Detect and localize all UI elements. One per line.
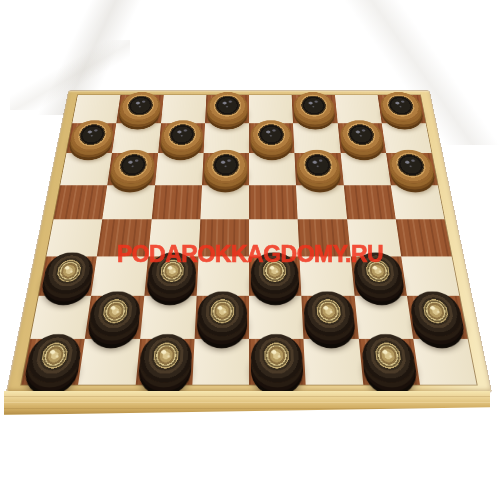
- checker-oak-black-centre-e7[interactable]: [251, 120, 293, 152]
- square-b8[interactable]: [116, 95, 163, 123]
- board-grid: [21, 95, 476, 385]
- square-a5[interactable]: [54, 185, 108, 219]
- product-photo: PODAROKKAGDOMY.RU: [0, 0, 500, 500]
- checker-dark-brass-centre-a1[interactable]: [24, 334, 84, 383]
- square-f1[interactable]: [304, 338, 363, 384]
- square-d2[interactable]: [194, 296, 249, 339]
- checker-oak-black-centre-h8[interactable]: [378, 92, 423, 122]
- square-h8[interactable]: [377, 95, 425, 123]
- checker-oak-black-centre-b6[interactable]: [109, 150, 156, 184]
- square-e8[interactable]: [249, 95, 293, 123]
- checker-dark-brass-centre-e1[interactable]: [251, 334, 304, 383]
- square-d8[interactable]: [205, 95, 249, 123]
- square-e2[interactable]: [249, 296, 304, 339]
- square-c7[interactable]: [158, 123, 205, 153]
- square-g2[interactable]: [354, 296, 413, 339]
- square-h2[interactable]: [407, 296, 468, 339]
- square-e5[interactable]: [249, 185, 298, 219]
- checker-oak-black-centre-c7[interactable]: [159, 120, 203, 152]
- square-e1[interactable]: [249, 338, 306, 384]
- square-h6[interactable]: [386, 153, 438, 185]
- square-b6[interactable]: [107, 153, 157, 185]
- square-a7[interactable]: [66, 123, 116, 153]
- square-g5[interactable]: [343, 185, 395, 219]
- square-g7[interactable]: [337, 123, 386, 153]
- square-c8[interactable]: [161, 95, 207, 123]
- square-e6[interactable]: [249, 153, 296, 185]
- square-d7[interactable]: [203, 123, 249, 153]
- checker-oak-black-centre-f6[interactable]: [296, 150, 342, 184]
- checker-oak-black-centre-f8[interactable]: [293, 92, 336, 122]
- square-g1[interactable]: [358, 338, 419, 384]
- watermark-text: PODAROKKAGDOMY.RU: [0, 241, 500, 268]
- square-h5[interactable]: [391, 185, 445, 219]
- square-c5[interactable]: [151, 185, 202, 219]
- square-c6[interactable]: [155, 153, 204, 185]
- square-g8[interactable]: [335, 95, 382, 123]
- square-d6[interactable]: [202, 153, 249, 185]
- checker-oak-black-centre-b8[interactable]: [118, 92, 162, 122]
- square-d5[interactable]: [200, 185, 249, 219]
- board-box-front-edge: [4, 391, 490, 415]
- square-b7[interactable]: [112, 123, 161, 153]
- square-h1[interactable]: [413, 338, 477, 384]
- square-a6[interactable]: [60, 153, 112, 185]
- square-c1[interactable]: [135, 338, 194, 384]
- checker-dark-brass-centre-b2[interactable]: [87, 291, 142, 336]
- square-f7[interactable]: [293, 123, 340, 153]
- square-f2[interactable]: [302, 296, 359, 339]
- checker-dark-brass-centre-h2[interactable]: [408, 291, 465, 336]
- square-f5[interactable]: [296, 185, 347, 219]
- square-g6[interactable]: [340, 153, 390, 185]
- square-c2[interactable]: [140, 296, 197, 339]
- square-b5[interactable]: [102, 185, 154, 219]
- square-a8[interactable]: [72, 95, 120, 123]
- checker-oak-black-centre-h6[interactable]: [387, 150, 436, 184]
- checker-dark-brass-centre-f2[interactable]: [303, 291, 356, 336]
- square-h7[interactable]: [382, 123, 432, 153]
- square-a2[interactable]: [30, 296, 91, 339]
- square-b2[interactable]: [85, 296, 144, 339]
- checker-dark-brass-centre-g1[interactable]: [360, 334, 418, 383]
- square-e7[interactable]: [249, 123, 295, 153]
- checker-oak-black-centre-d8[interactable]: [206, 92, 247, 122]
- square-f6[interactable]: [295, 153, 344, 185]
- square-b1[interactable]: [78, 338, 139, 384]
- checker-oak-black-centre-d6[interactable]: [204, 150, 248, 184]
- square-d1[interactable]: [192, 338, 249, 384]
- checker-dark-brass-centre-c1[interactable]: [137, 334, 192, 383]
- checker-dark-brass-centre-d2[interactable]: [196, 291, 247, 336]
- checker-oak-black-centre-g7[interactable]: [339, 120, 384, 152]
- checker-oak-black-centre-a7[interactable]: [68, 120, 115, 152]
- square-a1[interactable]: [21, 338, 85, 384]
- square-f8[interactable]: [292, 95, 338, 123]
